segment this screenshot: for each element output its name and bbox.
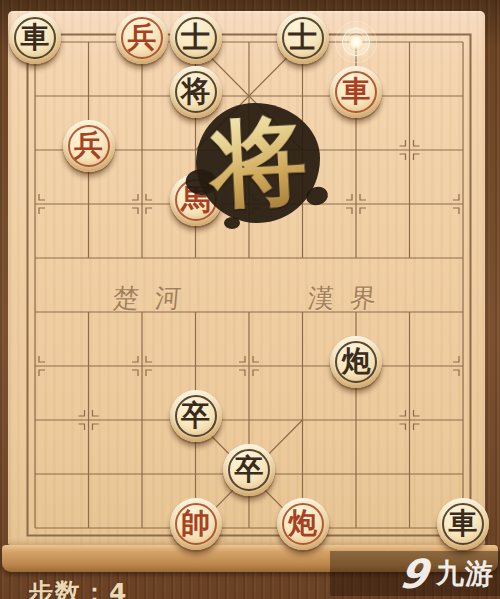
xiangqi-board[interactable]: 楚河 漢界 車兵士士将車兵馬炮卒卒帥炮車 将 <box>8 11 485 545</box>
piece-black-cannon[interactable]: 炮 <box>330 336 382 388</box>
piece-black-soldier[interactable]: 卒 <box>223 444 275 496</box>
game-scene: 楚河 漢界 車兵士士将車兵馬炮卒卒帥炮車 将 步数：4 9 九游 <box>0 0 500 599</box>
piece-glyph: 士 <box>181 23 210 52</box>
piece-glyph: 兵 <box>128 23 157 52</box>
piece-black-advisor[interactable]: 士 <box>170 12 222 64</box>
piece-black-chariot[interactable]: 車 <box>9 12 61 64</box>
piece-glyph: 炮 <box>342 347 371 376</box>
jiuyou-logo-text: 九游 <box>436 555 494 593</box>
piece-glyph: 車 <box>342 77 371 106</box>
piece-glyph: 士 <box>288 23 317 52</box>
river-label-right: 漢界 <box>306 274 394 322</box>
piece-black-general[interactable]: 将 <box>170 66 222 118</box>
piece-glyph: 車 <box>449 509 478 538</box>
piece-glyph: 卒 <box>235 455 264 484</box>
piece-black-chariot[interactable]: 車 <box>437 498 489 550</box>
piece-red-chariot[interactable]: 車 <box>330 66 382 118</box>
piece-red-soldier[interactable]: 兵 <box>116 12 168 64</box>
piece-glyph: 炮 <box>288 509 317 538</box>
jiuyou-logo-icon: 9 <box>397 554 430 594</box>
piece-red-general[interactable]: 帥 <box>170 498 222 550</box>
piece-red-horse[interactable]: 馬 <box>170 174 222 226</box>
piece-red-cannon[interactable]: 炮 <box>277 498 329 550</box>
river-label-left: 楚河 <box>111 274 199 322</box>
piece-black-advisor[interactable]: 士 <box>277 12 329 64</box>
jiuyou-watermark: 9 九游 <box>330 551 500 596</box>
piece-glyph: 帥 <box>181 509 210 538</box>
piece-glyph: 車 <box>21 23 50 52</box>
piece-glyph: 馬 <box>181 185 210 214</box>
piece-glyph: 卒 <box>181 401 210 430</box>
piece-black-soldier[interactable]: 卒 <box>170 390 222 442</box>
move-counter: 步数：4 <box>28 576 128 599</box>
piece-glyph: 兵 <box>74 131 103 160</box>
piece-red-soldier[interactable]: 兵 <box>63 120 115 172</box>
piece-glyph: 将 <box>181 77 210 106</box>
